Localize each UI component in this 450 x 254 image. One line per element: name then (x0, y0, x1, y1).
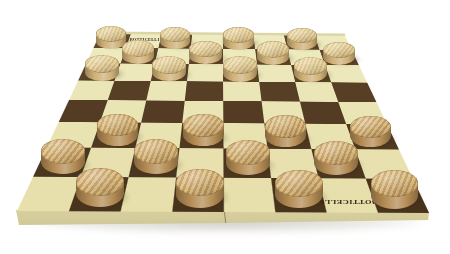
piece-top-face (41, 139, 86, 164)
checker-piece-south-r8c4 (176, 169, 224, 208)
checker-piece-south-r7c5 (226, 140, 270, 175)
piece-top-face (265, 115, 306, 138)
checker-piece-south-r6c4 (183, 114, 224, 146)
checker-piece-north-r3c1 (85, 55, 119, 81)
checker-piece-north-r1c5 (223, 27, 254, 49)
checker-piece-south-r8c2 (76, 168, 124, 207)
piece-top-face (85, 55, 119, 73)
piece-top-face (176, 169, 224, 196)
checker-piece-north-r2c6 (257, 41, 289, 65)
piece-top-face (294, 57, 328, 75)
product-photo: BOTTICELLI BOTTICELLI (0, 0, 450, 254)
checker-piece-north-r3c3 (152, 56, 186, 82)
piece-top-face (275, 170, 323, 197)
piece-top-face (223, 56, 257, 74)
piece-top-face (226, 140, 270, 165)
piece-top-face (134, 139, 178, 164)
checker-piece-south-r6c6 (265, 115, 306, 147)
checker-piece-north-r2c4 (189, 41, 221, 65)
checker-piece-north-r2c2 (122, 40, 154, 64)
piece-top-face (122, 40, 154, 57)
checker-piece-south-r6c2 (97, 114, 138, 146)
checker-piece-north-r1c7 (287, 28, 317, 50)
piece-top-face (152, 56, 186, 74)
checker-piece-south-r8c8 (371, 170, 419, 208)
piece-top-face (189, 41, 221, 58)
checker-piece-south-r7c3 (134, 139, 178, 174)
checker-piece-north-r3c5 (223, 56, 257, 81)
piece-top-face (350, 116, 391, 138)
piece-top-face (257, 41, 289, 58)
pieces-layer (0, 0, 450, 254)
piece-top-face (183, 114, 224, 137)
checker-piece-north-r2c8 (323, 42, 355, 66)
checker-piece-south-r8c6 (275, 170, 323, 209)
piece-top-face (314, 141, 358, 166)
piece-top-face (76, 168, 124, 195)
piece-top-face (223, 27, 254, 43)
checker-piece-north-r1c3 (160, 27, 191, 49)
checker-piece-north-r3c7 (294, 57, 328, 82)
